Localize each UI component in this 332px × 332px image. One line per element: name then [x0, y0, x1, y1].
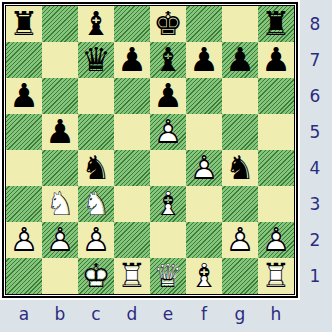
white-rook-outline: ♖︎ [114, 258, 150, 294]
black-rook-glyph: ♜︎ [6, 6, 42, 42]
white-pawn-outline: ♙︎ [78, 222, 114, 258]
white-bishop-outline: ♗︎ [186, 258, 222, 294]
square-a5[interactable] [6, 114, 42, 150]
square-d5[interactable] [114, 114, 150, 150]
square-e6[interactable]: ♟︎ [150, 78, 186, 114]
square-f4[interactable]: ♟︎♙︎ [186, 150, 222, 186]
piece-black-bishop-c8[interactable]: ♝︎ [78, 6, 114, 42]
piece-white-knight-c3[interactable]: ♞︎♘︎ [78, 186, 114, 222]
black-rook-glyph: ♜︎ [258, 6, 294, 42]
square-h6[interactable] [258, 78, 294, 114]
black-knight-glyph: ♞︎ [78, 150, 114, 186]
square-b7[interactable] [42, 42, 78, 78]
black-knight-glyph: ♞︎ [222, 150, 258, 186]
square-c3[interactable]: ♞︎♘︎ [78, 186, 114, 222]
white-queen-outline: ♕︎ [150, 258, 186, 294]
white-pawn-outline: ♙︎ [258, 222, 294, 258]
square-b8[interactable] [42, 6, 78, 42]
white-king-outline: ♔︎ [78, 258, 114, 294]
piece-white-king-c1[interactable]: ♚︎♔︎ [78, 258, 114, 294]
square-a1[interactable] [6, 258, 42, 294]
square-c7[interactable]: ♛︎ [78, 42, 114, 78]
black-pawn-glyph: ♟︎ [222, 42, 258, 78]
square-c4[interactable]: ♞︎ [78, 150, 114, 186]
white-knight-outline: ♘︎ [42, 186, 78, 222]
square-h5[interactable] [258, 114, 294, 150]
square-a3[interactable] [6, 186, 42, 222]
square-f1[interactable]: ♝︎♗︎ [186, 258, 222, 294]
chess-board: ♜︎♝︎♚︎♜︎♛︎♟︎♝︎♟︎♟︎♟︎♟︎♟︎♟︎♟︎♙︎♞︎♟︎♙︎♞︎♞︎… [0, 0, 300, 300]
piece-black-pawn-h7[interactable]: ♟︎ [258, 42, 294, 78]
square-b2[interactable]: ♟︎♙︎ [42, 222, 78, 258]
file-label-c: c [78, 300, 114, 328]
square-h3[interactable] [258, 186, 294, 222]
square-h4[interactable] [258, 150, 294, 186]
black-queen-glyph: ♛︎ [78, 42, 114, 78]
file-label-a: a [6, 300, 42, 328]
piece-white-bishop-e3[interactable]: ♝︎♗︎ [150, 186, 186, 222]
square-g3[interactable] [222, 186, 258, 222]
piece-black-rook-a8[interactable]: ♜︎ [6, 6, 42, 42]
piece-white-pawn-f4[interactable]: ♟︎♙︎ [186, 150, 222, 186]
square-e1[interactable]: ♛︎♕︎ [150, 258, 186, 294]
board-frame: ♜︎♝︎♚︎♜︎♛︎♟︎♝︎♟︎♟︎♟︎♟︎♟︎♟︎♟︎♙︎♞︎♟︎♙︎♞︎♞︎… [2, 2, 298, 298]
square-a2[interactable]: ♟︎♙︎ [6, 222, 42, 258]
black-pawn-glyph: ♟︎ [186, 42, 222, 78]
piece-black-bishop-e7[interactable]: ♝︎ [150, 42, 186, 78]
file-label-f: f [186, 300, 222, 328]
square-e8[interactable]: ♚︎ [150, 6, 186, 42]
black-pawn-glyph: ♟︎ [150, 78, 186, 114]
piece-white-pawn-c2[interactable]: ♟︎♙︎ [78, 222, 114, 258]
black-bishop-glyph: ♝︎ [78, 6, 114, 42]
square-a6[interactable]: ♟︎ [6, 78, 42, 114]
piece-black-king-e8[interactable]: ♚︎ [150, 6, 186, 42]
piece-white-pawn-h2[interactable]: ♟︎♙︎ [258, 222, 294, 258]
square-d6[interactable] [114, 78, 150, 114]
square-c6[interactable] [78, 78, 114, 114]
rank-label-3: 3 [300, 186, 330, 222]
black-king-glyph: ♚︎ [150, 6, 186, 42]
square-a4[interactable] [6, 150, 42, 186]
white-pawn-outline: ♙︎ [222, 222, 258, 258]
rank-label-2: 2 [300, 222, 330, 258]
black-pawn-glyph: ♟︎ [114, 42, 150, 78]
square-g4[interactable]: ♞︎ [222, 150, 258, 186]
piece-white-bishop-f1[interactable]: ♝︎♗︎ [186, 258, 222, 294]
square-d1[interactable]: ♜︎♖︎ [114, 258, 150, 294]
square-b5[interactable]: ♟︎ [42, 114, 78, 150]
black-pawn-glyph: ♟︎ [6, 78, 42, 114]
square-b4[interactable] [42, 150, 78, 186]
square-g2[interactable]: ♟︎♙︎ [222, 222, 258, 258]
piece-white-pawn-g2[interactable]: ♟︎♙︎ [222, 222, 258, 258]
square-d7[interactable]: ♟︎ [114, 42, 150, 78]
square-d8[interactable] [114, 6, 150, 42]
piece-black-pawn-f7[interactable]: ♟︎ [186, 42, 222, 78]
file-label-b: b [42, 300, 78, 328]
square-e3[interactable]: ♝︎♗︎ [150, 186, 186, 222]
square-d4[interactable] [114, 150, 150, 186]
square-h7[interactable]: ♟︎ [258, 42, 294, 78]
black-pawn-glyph: ♟︎ [258, 42, 294, 78]
rank-label-6: 6 [300, 78, 330, 114]
square-g6[interactable] [222, 78, 258, 114]
rank-labels: 87654321 [300, 6, 330, 294]
square-f5[interactable] [186, 114, 222, 150]
piece-white-pawn-e5[interactable]: ♟︎♙︎ [150, 114, 186, 150]
square-f7[interactable]: ♟︎ [186, 42, 222, 78]
file-label-g: g [222, 300, 258, 328]
black-bishop-glyph: ♝︎ [150, 42, 186, 78]
square-h2[interactable]: ♟︎♙︎ [258, 222, 294, 258]
piece-black-knight-c4[interactable]: ♞︎ [78, 150, 114, 186]
rank-label-1: 1 [300, 258, 330, 294]
square-a7[interactable] [6, 42, 42, 78]
file-label-e: e [150, 300, 186, 328]
square-e7[interactable]: ♝︎ [150, 42, 186, 78]
piece-black-knight-g4[interactable]: ♞︎ [222, 150, 258, 186]
square-b1[interactable] [42, 258, 78, 294]
square-f2[interactable] [186, 222, 222, 258]
square-c8[interactable]: ♝︎ [78, 6, 114, 42]
white-pawn-outline: ♙︎ [186, 150, 222, 186]
white-pawn-outline: ♙︎ [6, 222, 42, 258]
piece-black-pawn-d7[interactable]: ♟︎ [114, 42, 150, 78]
rank-label-7: 7 [300, 42, 330, 78]
square-e2[interactable] [150, 222, 186, 258]
square-b3[interactable]: ♞︎♘︎ [42, 186, 78, 222]
white-pawn-outline: ♙︎ [42, 222, 78, 258]
white-knight-outline: ♘︎ [78, 186, 114, 222]
square-c2[interactable]: ♟︎♙︎ [78, 222, 114, 258]
square-c5[interactable] [78, 114, 114, 150]
square-h1[interactable]: ♜︎♖︎ [258, 258, 294, 294]
square-b6[interactable] [42, 78, 78, 114]
square-d2[interactable] [114, 222, 150, 258]
piece-white-pawn-b2[interactable]: ♟︎♙︎ [42, 222, 78, 258]
file-labels: abcdefgh [6, 300, 294, 328]
square-a8[interactable]: ♜︎ [6, 6, 42, 42]
square-d3[interactable] [114, 186, 150, 222]
square-g1[interactable] [222, 258, 258, 294]
piece-black-pawn-a6[interactable]: ♟︎ [6, 78, 42, 114]
rank-label-5: 5 [300, 114, 330, 150]
piece-black-rook-h8[interactable]: ♜︎ [258, 6, 294, 42]
piece-white-pawn-a2[interactable]: ♟︎♙︎ [6, 222, 42, 258]
board-grid: ♜︎♝︎♚︎♜︎♛︎♟︎♝︎♟︎♟︎♟︎♟︎♟︎♟︎♟︎♙︎♞︎♟︎♙︎♞︎♞︎… [5, 5, 295, 295]
rank-label-4: 4 [300, 150, 330, 186]
piece-black-pawn-e6[interactable]: ♟︎ [150, 78, 186, 114]
square-g5[interactable] [222, 114, 258, 150]
rank-label-8: 8 [300, 6, 330, 42]
square-e5[interactable]: ♟︎♙︎ [150, 114, 186, 150]
square-g7[interactable]: ♟︎ [222, 42, 258, 78]
square-g8[interactable] [222, 6, 258, 42]
piece-black-pawn-b5[interactable]: ♟︎ [42, 114, 78, 150]
black-pawn-glyph: ♟︎ [42, 114, 78, 150]
square-f8[interactable] [186, 6, 222, 42]
piece-white-knight-b3[interactable]: ♞︎♘︎ [42, 186, 78, 222]
piece-white-rook-d1[interactable]: ♜︎♖︎ [114, 258, 150, 294]
white-bishop-outline: ♗︎ [150, 186, 186, 222]
white-rook-outline: ♖︎ [258, 258, 294, 294]
piece-black-queen-c7[interactable]: ♛︎ [78, 42, 114, 78]
square-f6[interactable] [186, 78, 222, 114]
white-pawn-outline: ♙︎ [150, 114, 186, 150]
square-f3[interactable] [186, 186, 222, 222]
piece-black-pawn-g7[interactable]: ♟︎ [222, 42, 258, 78]
file-label-h: h [258, 300, 294, 328]
piece-white-queen-e1[interactable]: ♛︎♕︎ [150, 258, 186, 294]
file-label-d: d [114, 300, 150, 328]
square-c1[interactable]: ♚︎♔︎ [78, 258, 114, 294]
square-h8[interactable]: ♜︎ [258, 6, 294, 42]
square-e4[interactable] [150, 150, 186, 186]
piece-white-rook-h1[interactable]: ♜︎♖︎ [258, 258, 294, 294]
